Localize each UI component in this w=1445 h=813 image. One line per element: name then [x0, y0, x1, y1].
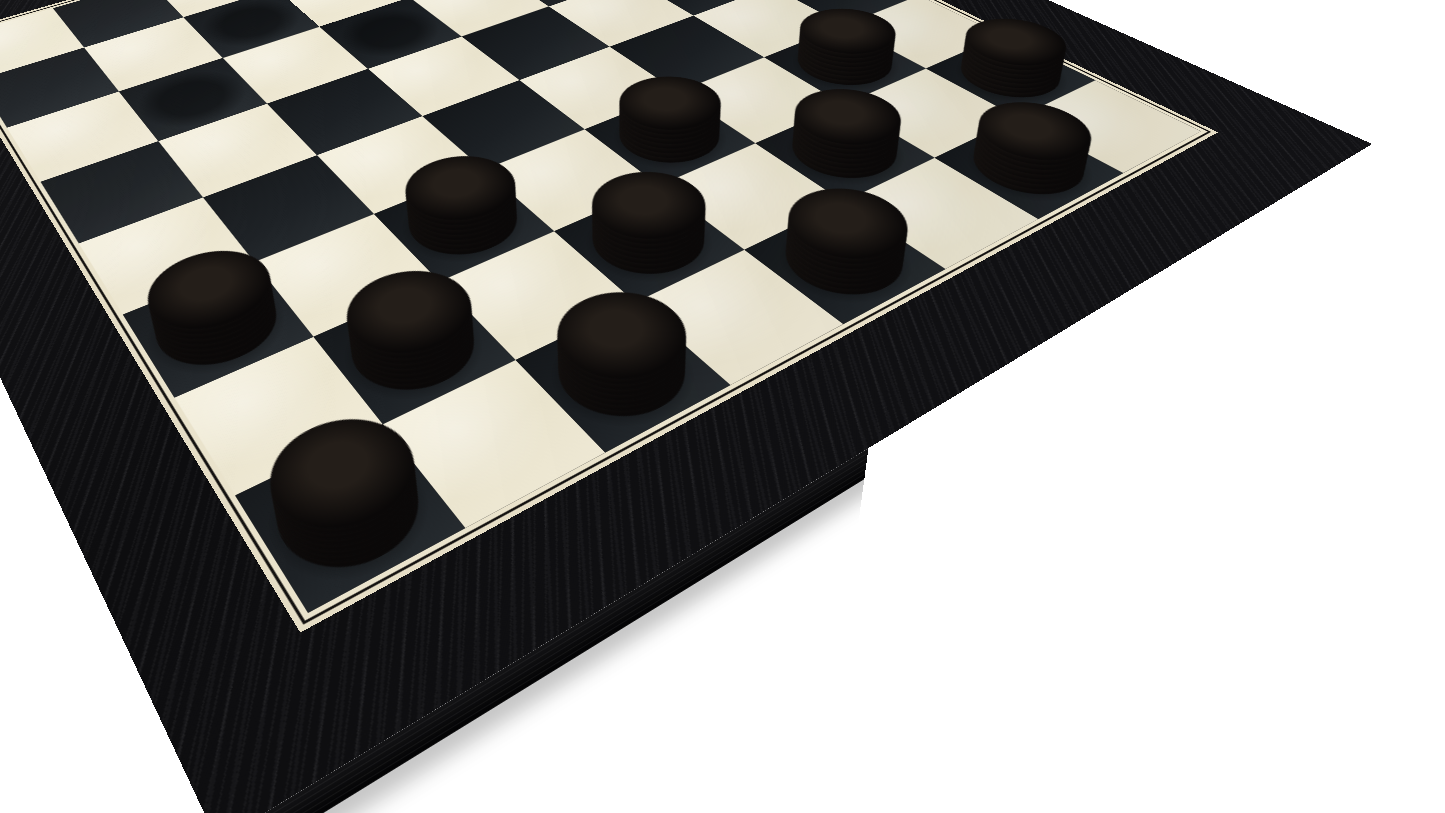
- playing-field-grid: [0, 0, 1201, 613]
- camera-tilt-wrapper: [0, 0, 1441, 813]
- board-surface: [0, 0, 1372, 813]
- photo-stage: [0, 0, 1445, 813]
- checkers-board: [0, 0, 1372, 813]
